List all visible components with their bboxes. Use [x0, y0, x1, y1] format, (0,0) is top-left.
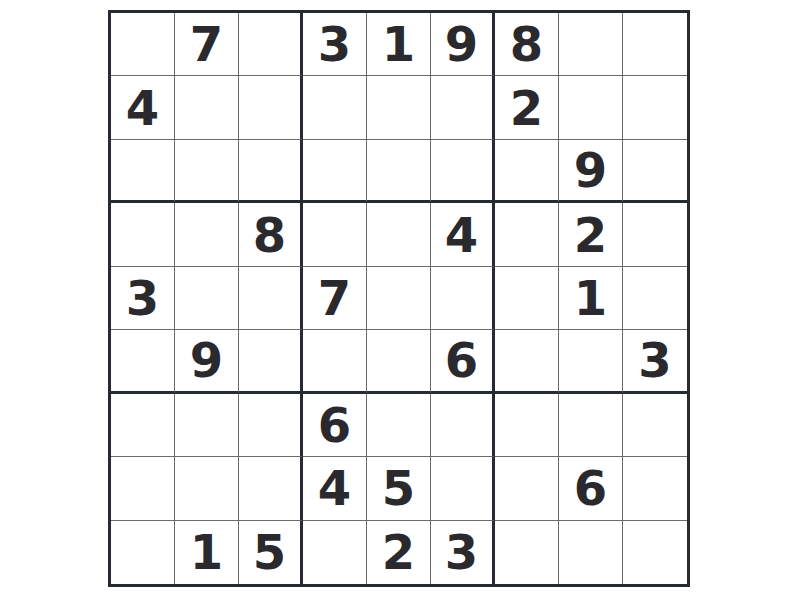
cell-r9c2-given[interactable]: 1: [175, 521, 239, 584]
cell-r8c6[interactable]: [431, 457, 495, 520]
cell-r1c1[interactable]: [111, 13, 175, 76]
cell-r1c6-given[interactable]: 9: [431, 13, 495, 76]
cell-r4c8-given[interactable]: 2: [559, 203, 623, 266]
cell-r6c4[interactable]: [303, 330, 367, 393]
sudoku-board: 7319842984237196364561523: [108, 10, 690, 587]
cell-r8c4-given[interactable]: 4: [303, 457, 367, 520]
cell-r5c1-given[interactable]: 3: [111, 267, 175, 330]
cell-r7c4-given[interactable]: 6: [303, 394, 367, 457]
cell-r5c6[interactable]: [431, 267, 495, 330]
cell-r8c2[interactable]: [175, 457, 239, 520]
cell-r7c6[interactable]: [431, 394, 495, 457]
cell-r8c9[interactable]: [623, 457, 687, 520]
cell-r9c4[interactable]: [303, 521, 367, 584]
cell-r5c3[interactable]: [239, 267, 303, 330]
cell-r3c7[interactable]: [495, 140, 559, 203]
cell-r1c9[interactable]: [623, 13, 687, 76]
cell-r7c7[interactable]: [495, 394, 559, 457]
cell-r4c5[interactable]: [367, 203, 431, 266]
cell-r9c9[interactable]: [623, 521, 687, 584]
cell-r9c7[interactable]: [495, 521, 559, 584]
cell-r2c2[interactable]: [175, 76, 239, 139]
cell-r2c5[interactable]: [367, 76, 431, 139]
sudoku-page: 7319842984237196364561523: [0, 0, 800, 600]
cell-r3c1[interactable]: [111, 140, 175, 203]
cell-r3c9[interactable]: [623, 140, 687, 203]
cell-r5c5[interactable]: [367, 267, 431, 330]
cell-r5c4-given[interactable]: 7: [303, 267, 367, 330]
cell-r3c3[interactable]: [239, 140, 303, 203]
cell-r8c8-given[interactable]: 6: [559, 457, 623, 520]
cell-r9c1[interactable]: [111, 521, 175, 584]
cell-r4c1[interactable]: [111, 203, 175, 266]
cell-r8c1[interactable]: [111, 457, 175, 520]
cell-r4c2[interactable]: [175, 203, 239, 266]
cell-r2c3[interactable]: [239, 76, 303, 139]
cell-r2c1-given[interactable]: 4: [111, 76, 175, 139]
cell-r4c9[interactable]: [623, 203, 687, 266]
cell-r4c7[interactable]: [495, 203, 559, 266]
cell-r3c5[interactable]: [367, 140, 431, 203]
cell-r1c3[interactable]: [239, 13, 303, 76]
cell-r2c7-given[interactable]: 2: [495, 76, 559, 139]
cell-r6c5[interactable]: [367, 330, 431, 393]
cell-r3c8-given[interactable]: 9: [559, 140, 623, 203]
cell-r6c9-given[interactable]: 3: [623, 330, 687, 393]
cell-r3c2[interactable]: [175, 140, 239, 203]
cell-r6c6-given[interactable]: 6: [431, 330, 495, 393]
cell-r8c7[interactable]: [495, 457, 559, 520]
cell-r3c6[interactable]: [431, 140, 495, 203]
cell-r7c9[interactable]: [623, 394, 687, 457]
cell-r2c9[interactable]: [623, 76, 687, 139]
cell-r4c6-given[interactable]: 4: [431, 203, 495, 266]
cell-r7c1[interactable]: [111, 394, 175, 457]
cell-r1c5-given[interactable]: 1: [367, 13, 431, 76]
cell-r9c6-given[interactable]: 3: [431, 521, 495, 584]
cell-r5c8-given[interactable]: 1: [559, 267, 623, 330]
cell-r7c2[interactable]: [175, 394, 239, 457]
cell-r4c3-given[interactable]: 8: [239, 203, 303, 266]
cell-r5c9[interactable]: [623, 267, 687, 330]
cell-r1c2-given[interactable]: 7: [175, 13, 239, 76]
cell-r5c7[interactable]: [495, 267, 559, 330]
cell-r8c3[interactable]: [239, 457, 303, 520]
cell-r9c5-given[interactable]: 2: [367, 521, 431, 584]
cell-r7c8[interactable]: [559, 394, 623, 457]
cell-r2c6[interactable]: [431, 76, 495, 139]
cell-r4c4[interactable]: [303, 203, 367, 266]
cell-r5c2[interactable]: [175, 267, 239, 330]
cell-r1c4-given[interactable]: 3: [303, 13, 367, 76]
cell-r1c7-given[interactable]: 8: [495, 13, 559, 76]
cell-r6c2-given[interactable]: 9: [175, 330, 239, 393]
cell-r6c8[interactable]: [559, 330, 623, 393]
cell-r7c3[interactable]: [239, 394, 303, 457]
cell-r3c4[interactable]: [303, 140, 367, 203]
cell-r6c1[interactable]: [111, 330, 175, 393]
cell-r6c3[interactable]: [239, 330, 303, 393]
cell-r7c5[interactable]: [367, 394, 431, 457]
cell-r2c8[interactable]: [559, 76, 623, 139]
cell-r8c5-given[interactable]: 5: [367, 457, 431, 520]
cell-r2c4[interactable]: [303, 76, 367, 139]
cell-r9c3-given[interactable]: 5: [239, 521, 303, 584]
cell-r6c7[interactable]: [495, 330, 559, 393]
cell-r1c8[interactable]: [559, 13, 623, 76]
cell-r9c8[interactable]: [559, 521, 623, 584]
